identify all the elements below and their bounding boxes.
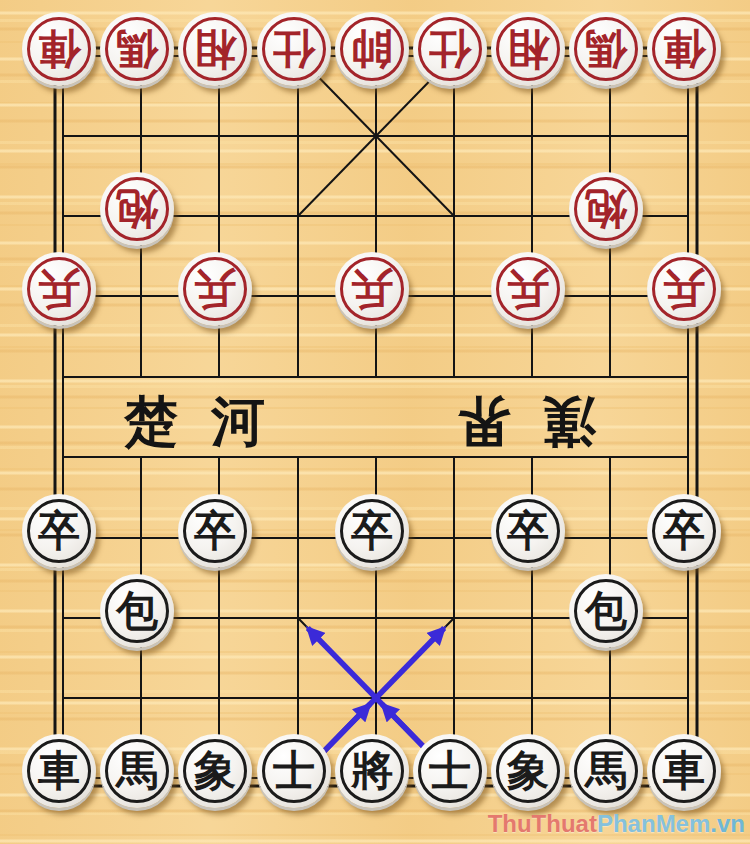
xiangqi-board: 楚 河 界 漢 俥傌相仕帥仕相傌俥炮炮兵兵兵兵兵卒卒卒卒卒包包車馬象士將士象馬車… [0,0,750,844]
piece-glyph: 士 [429,750,471,792]
piece-black-n-b10[interactable]: 馬 [100,734,174,808]
piece-red-P-a4[interactable]: 兵 [22,252,96,326]
watermark-vn: .vn [710,810,745,837]
piece-glyph: 卒 [194,510,236,552]
piece-glyph: 兵 [194,268,236,310]
piece-black-c-b8[interactable]: 包 [100,574,174,648]
piece-red-K-e1[interactable]: 帥 [335,12,409,86]
piece-red-R-a1[interactable]: 俥 [22,12,96,86]
piece-glyph: 傌 [116,28,158,70]
piece-glyph: 兵 [663,268,705,310]
piece-glyph: 俥 [663,28,705,70]
piece-black-b-g10[interactable]: 象 [491,734,565,808]
piece-glyph: 包 [116,590,158,632]
piece-red-P-g4[interactable]: 兵 [491,252,565,326]
piece-glyph: 相 [507,28,549,70]
piece-red-N-b1[interactable]: 傌 [100,12,174,86]
piece-black-k-e10[interactable]: 將 [335,734,409,808]
river-char-han-rotated: 漢 [540,392,598,452]
piece-glyph: 兵 [351,268,393,310]
piece-glyph: 相 [194,28,236,70]
piece-black-c-h8[interactable]: 包 [569,574,643,648]
piece-red-P-i4[interactable]: 兵 [647,252,721,326]
piece-red-R-i1[interactable]: 俥 [647,12,721,86]
piece-glyph: 炮 [116,188,158,230]
piece-glyph: 帥 [351,28,393,70]
piece-black-p-i7[interactable]: 卒 [647,494,721,568]
piece-glyph: 炮 [585,188,627,230]
piece-black-r-i10[interactable]: 車 [647,734,721,808]
piece-glyph: 象 [507,750,549,792]
piece-glyph: 仕 [429,28,471,70]
piece-glyph: 士 [273,750,315,792]
piece-black-p-e7[interactable]: 卒 [335,494,409,568]
piece-black-p-a7[interactable]: 卒 [22,494,96,568]
piece-glyph: 傌 [585,28,627,70]
watermark-thuthuat: ThuThuat [488,810,597,837]
piece-glyph: 卒 [663,510,705,552]
board-grid [0,0,750,844]
piece-red-P-c4[interactable]: 兵 [178,252,252,326]
piece-glyph: 馬 [585,750,627,792]
piece-glyph: 車 [663,750,705,792]
piece-glyph: 卒 [351,510,393,552]
river-char-jie-rotated: 界 [455,392,513,452]
piece-glyph: 象 [194,750,236,792]
piece-black-b-c10[interactable]: 象 [178,734,252,808]
piece-glyph: 馬 [116,750,158,792]
piece-glyph: 仕 [273,28,315,70]
piece-red-B-c1[interactable]: 相 [178,12,252,86]
piece-black-a-f10[interactable]: 士 [413,734,487,808]
watermark: ThuThuatPhanMem.vn [488,810,745,838]
piece-red-C-b3[interactable]: 炮 [100,172,174,246]
watermark-phanmem: PhanMem [597,810,710,837]
piece-black-a-d10[interactable]: 士 [257,734,331,808]
piece-red-N-h1[interactable]: 傌 [569,12,643,86]
piece-glyph: 卒 [38,510,80,552]
piece-black-p-g7[interactable]: 卒 [491,494,565,568]
piece-red-A-d1[interactable]: 仕 [257,12,331,86]
piece-glyph: 包 [585,590,627,632]
piece-glyph: 兵 [38,268,80,310]
river-char-chu: 楚 [122,391,180,451]
river-char-he: 河 [209,391,267,451]
piece-red-C-h3[interactable]: 炮 [569,172,643,246]
piece-glyph: 卒 [507,510,549,552]
piece-red-B-g1[interactable]: 相 [491,12,565,86]
piece-red-A-f1[interactable]: 仕 [413,12,487,86]
piece-red-P-e4[interactable]: 兵 [335,252,409,326]
piece-glyph: 俥 [38,28,80,70]
piece-black-r-a10[interactable]: 車 [22,734,96,808]
piece-glyph: 車 [38,750,80,792]
piece-glyph: 將 [351,750,393,792]
piece-black-p-c7[interactable]: 卒 [178,494,252,568]
piece-black-n-h10[interactable]: 馬 [569,734,643,808]
piece-glyph: 兵 [507,268,549,310]
